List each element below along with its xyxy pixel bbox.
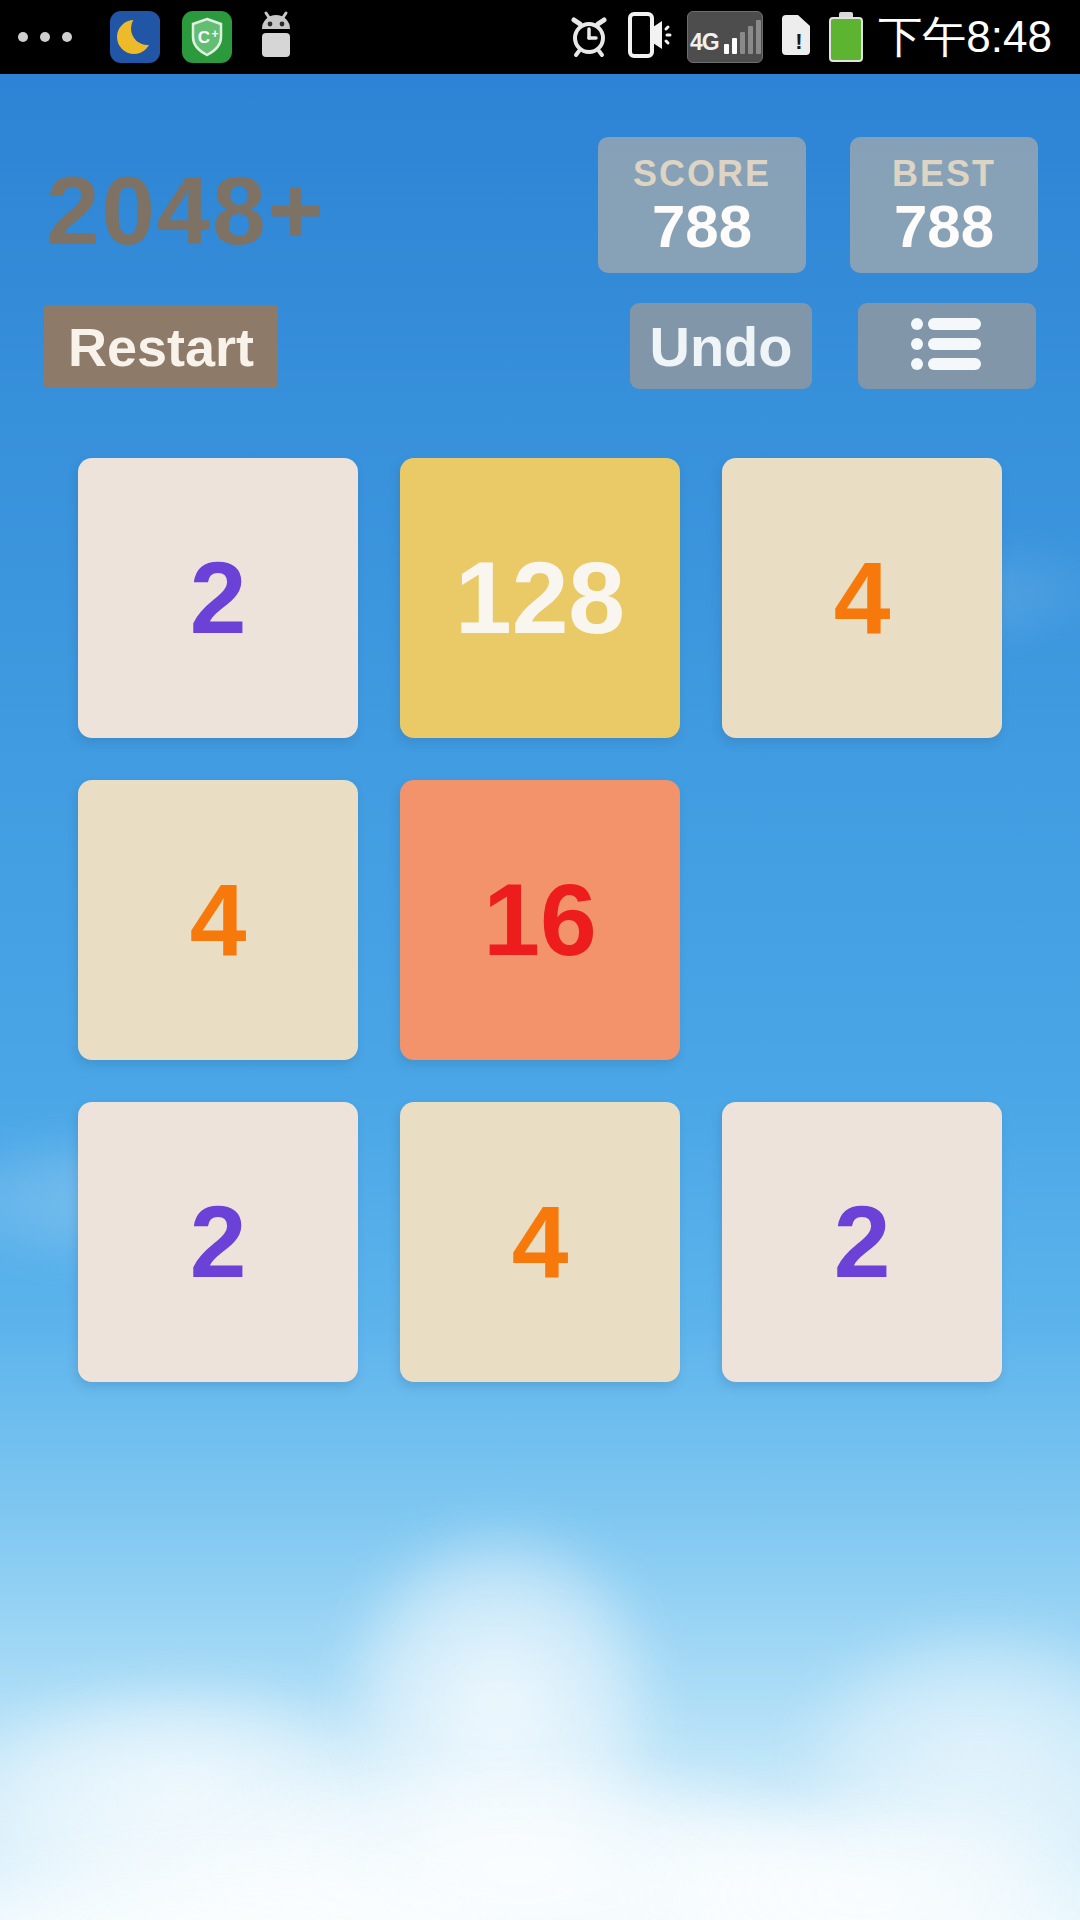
network-type-label: 4G xyxy=(690,31,719,54)
phone-ringer-icon xyxy=(626,11,672,63)
list-menu-icon xyxy=(909,315,985,377)
sim-alert-icon: ! xyxy=(778,11,814,63)
android-app-icon xyxy=(254,9,298,65)
tile-2: 2 xyxy=(722,1102,1002,1382)
undo-button[interactable]: Undo xyxy=(630,303,812,389)
battery-icon xyxy=(829,12,863,62)
best-label: BEST xyxy=(892,153,996,195)
tile-4: 4 xyxy=(400,1102,680,1382)
svg-text:C: C xyxy=(198,28,210,47)
status-bar: C + xyxy=(0,0,1080,74)
svg-text:+: + xyxy=(211,27,218,41)
menu-button[interactable] xyxy=(858,303,1036,389)
page-title: 2048+ xyxy=(46,156,326,266)
score-value: 788 xyxy=(652,197,752,257)
best-box: BEST 788 xyxy=(850,137,1038,273)
tile-128: 128 xyxy=(400,458,680,738)
tile-16: 16 xyxy=(400,780,680,1060)
clock-time: 下午8:48 xyxy=(878,8,1052,67)
more-notifications-icon xyxy=(18,32,72,42)
security-shield-app-icon: C + xyxy=(182,11,232,63)
tile-4: 4 xyxy=(78,780,358,1060)
tile-4: 4 xyxy=(722,458,1002,738)
alarm-clock-icon xyxy=(567,11,611,63)
restart-button[interactable]: Restart xyxy=(44,305,278,388)
empty-cell xyxy=(722,780,1002,1060)
svg-text:!: ! xyxy=(796,29,803,54)
tile-2: 2 xyxy=(78,458,358,738)
score-label: SCORE xyxy=(633,153,771,195)
best-value: 788 xyxy=(894,197,994,257)
board-grid[interactable]: 21284416242 xyxy=(78,458,1002,1382)
moon-app-icon xyxy=(110,11,160,63)
status-bar-right: 4G ! 下午8:48 xyxy=(567,8,1080,67)
score-box: SCORE 788 xyxy=(598,137,806,273)
status-bar-left: C + xyxy=(0,9,298,65)
signal-4g-icon: 4G xyxy=(687,11,763,63)
tile-2: 2 xyxy=(78,1102,358,1382)
